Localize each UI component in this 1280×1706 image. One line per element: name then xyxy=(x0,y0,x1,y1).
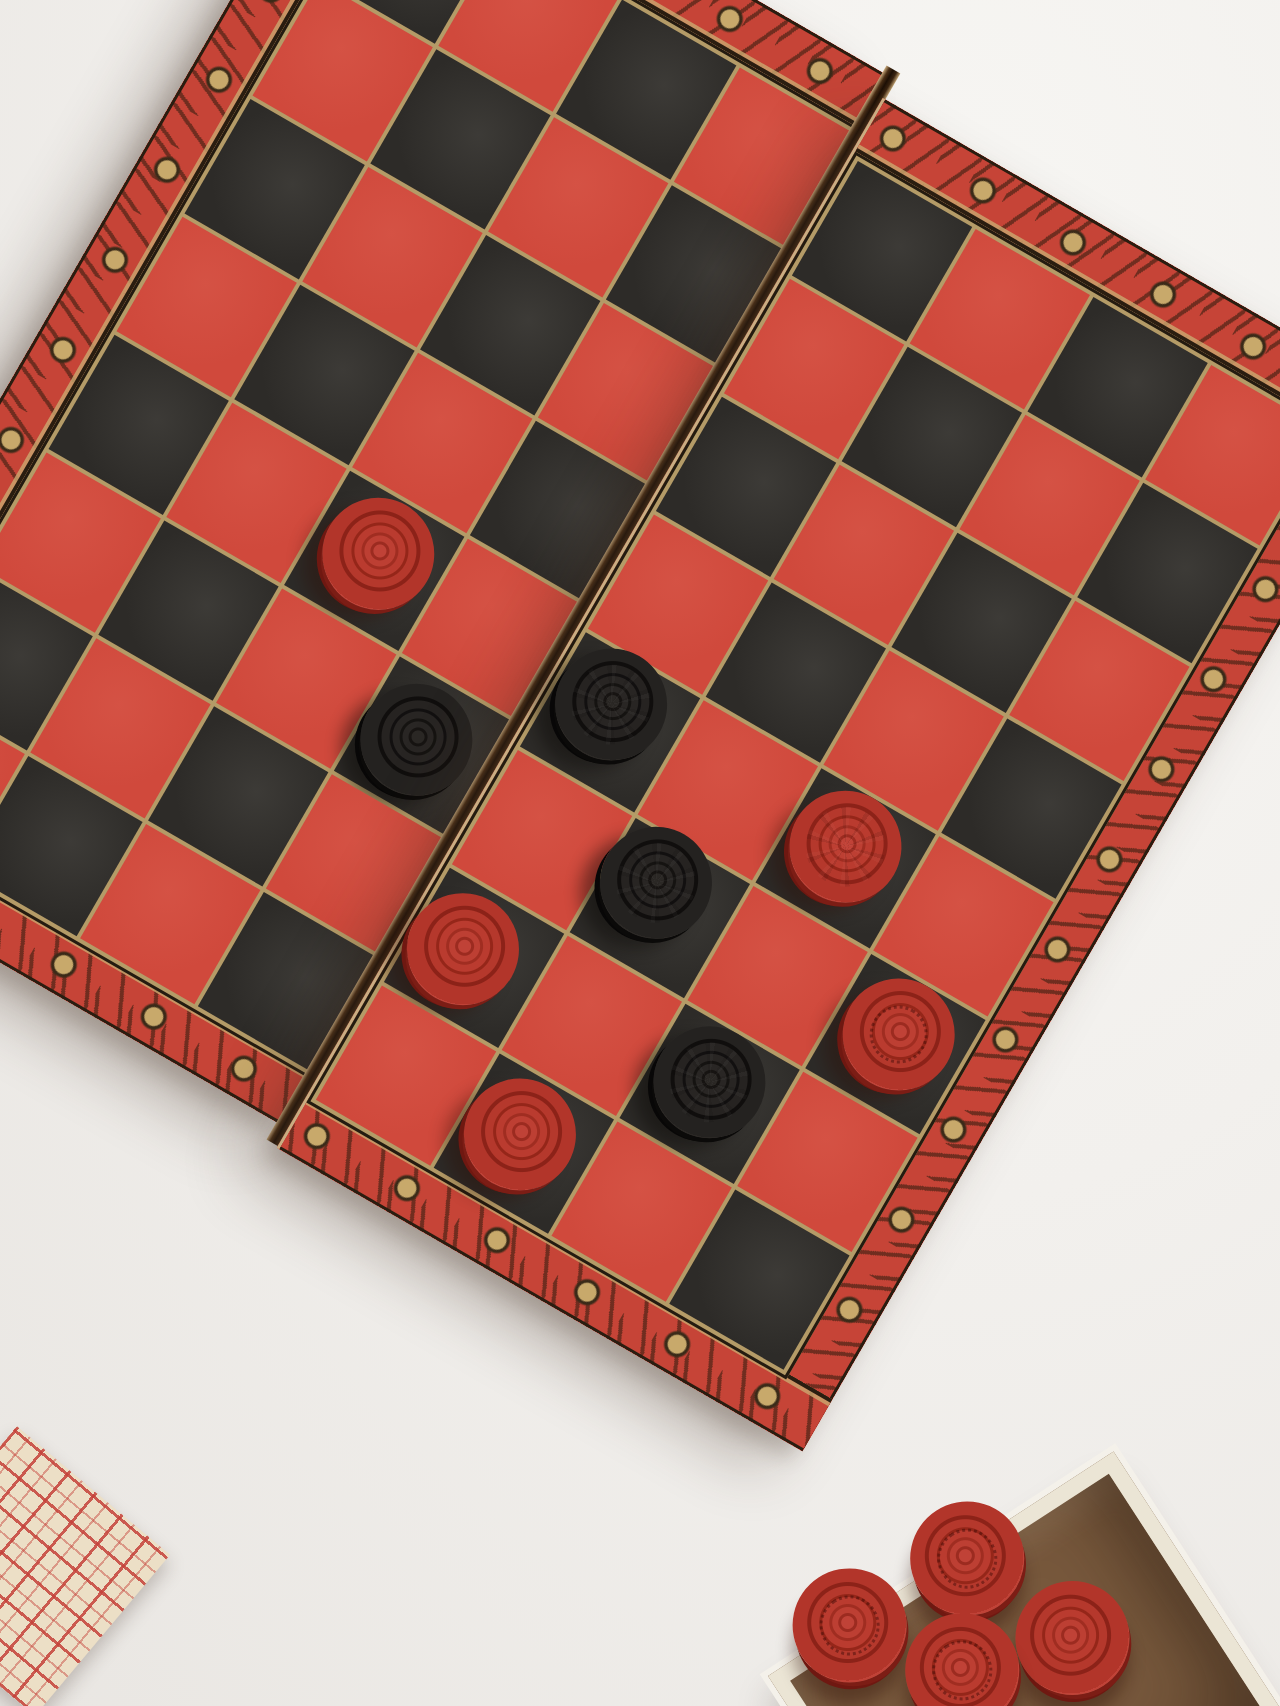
table-surface: { "game": "checkers (English draughts), … xyxy=(0,0,1280,1706)
plaid-box-corner xyxy=(0,1426,170,1706)
spare-checker-red[interactable] xyxy=(771,1547,929,1705)
spare-pieces-box xyxy=(768,1452,1280,1706)
checkers-board xyxy=(0,0,1280,1431)
